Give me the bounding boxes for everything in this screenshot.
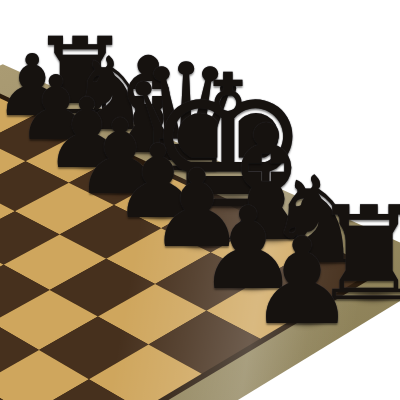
pawn-glyph: ♟: [248, 222, 356, 342]
chessboard-photo: ♜♞♝♛♚♝♞♜♟♟♟♟♟♟♟♟: [0, 0, 400, 400]
